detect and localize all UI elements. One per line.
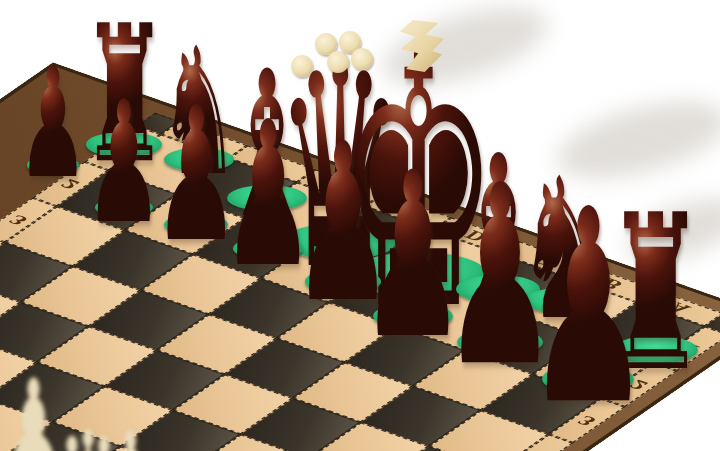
piece-white-pawn-w3: ♟	[65, 415, 196, 451]
rank-number: 3	[6, 213, 32, 227]
chess-set-photo: ABCDEFGH1122334455667788ABCDEFGH ♜♞♝♚♛♝♞…	[0, 0, 720, 451]
pawn-glyph: ♟	[96, 415, 164, 451]
pawn-glyph: ♟	[519, 174, 658, 441]
queen-crown-ball	[327, 51, 349, 73]
piece-dark-pawn-a2: ♟	[455, 174, 720, 441]
queen-crown-ball	[291, 55, 313, 77]
queen-crown-ball	[351, 48, 373, 70]
